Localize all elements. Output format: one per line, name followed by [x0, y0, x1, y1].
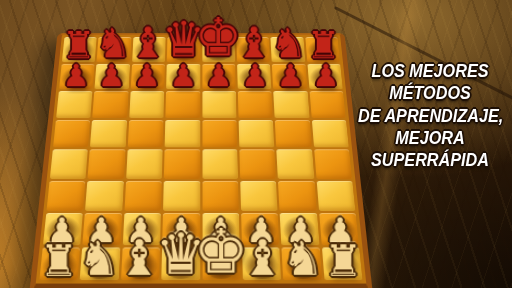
square-surface [163, 180, 200, 211]
square-c4[interactable] [126, 149, 163, 178]
square-surface [88, 149, 126, 178]
square-b4[interactable] [88, 149, 126, 178]
square-e6[interactable] [202, 91, 237, 118]
square-surface [202, 180, 239, 211]
red-pawn[interactable]: ♟ [134, 60, 161, 91]
square-e3[interactable] [202, 180, 239, 211]
promo-text: LOS MEJORES MÉTODOS DE APRENDIZAJE, MEJO… [350, 60, 510, 172]
square-c7[interactable]: ♟ [131, 63, 165, 89]
square-surface [278, 180, 316, 211]
square-e7[interactable]: ♟ [202, 63, 236, 89]
promo-line-5: SUPERRÁPIDA [358, 149, 502, 171]
square-surface [128, 120, 164, 148]
square-surface [53, 120, 90, 148]
promo-line-1: LOS MEJORES [358, 60, 502, 82]
promo-line-3: DE APRENDIZAJE, [358, 105, 502, 127]
square-f6[interactable] [238, 91, 273, 118]
square-surface [316, 180, 355, 211]
square-c1[interactable]: ♝ [121, 247, 160, 280]
square-a4[interactable] [50, 149, 88, 178]
square-d3[interactable] [163, 180, 200, 211]
square-e1[interactable]: ♚ [202, 247, 241, 280]
red-pawn[interactable]: ♟ [62, 60, 89, 91]
square-h7[interactable]: ♟ [307, 63, 343, 89]
square-c3[interactable] [124, 180, 162, 211]
square-surface [238, 120, 274, 148]
square-g1[interactable]: ♞ [282, 247, 322, 280]
square-g6[interactable] [273, 91, 309, 118]
red-pawn[interactable]: ♟ [205, 60, 232, 91]
square-surface [273, 91, 309, 118]
square-d6[interactable] [166, 91, 201, 118]
square-surface [166, 91, 201, 118]
square-surface [309, 91, 346, 118]
board-scene: ♜♞♝♛♚♝♞♜♟♟♟♟♟♟♟♟♟♟♟♟♟♟♟♟♜♞♝♛♚♝♞♜ [36, 20, 366, 286]
square-c6[interactable] [129, 91, 164, 118]
square-h6[interactable] [309, 91, 346, 118]
square-c5[interactable] [128, 120, 164, 148]
square-h5[interactable] [311, 120, 348, 148]
red-pawn[interactable]: ♟ [169, 60, 196, 91]
square-g4[interactable] [277, 149, 315, 178]
square-surface [56, 91, 93, 118]
square-surface [202, 149, 238, 178]
square-surface [47, 180, 86, 211]
gold-bishop[interactable]: ♝ [240, 233, 284, 282]
square-a6[interactable] [56, 91, 93, 118]
square-surface [50, 149, 88, 178]
square-g3[interactable] [278, 180, 316, 211]
square-surface [202, 91, 237, 118]
square-surface [124, 180, 162, 211]
square-g5[interactable] [275, 120, 312, 148]
square-f3[interactable] [240, 180, 278, 211]
gold-knight[interactable]: ♞ [282, 236, 324, 283]
red-pawn[interactable]: ♟ [241, 60, 268, 91]
square-surface [314, 149, 352, 178]
square-b6[interactable] [93, 91, 129, 118]
gold-rook[interactable]: ♜ [324, 239, 363, 283]
square-f4[interactable] [239, 149, 276, 178]
square-a3[interactable] [47, 180, 86, 211]
gold-rook[interactable]: ♜ [39, 239, 78, 283]
red-pawn[interactable]: ♟ [98, 60, 125, 91]
square-surface [240, 180, 278, 211]
promo-line-4: MEJORA [358, 127, 502, 149]
square-surface [277, 149, 315, 178]
square-surface [90, 120, 127, 148]
square-a1[interactable]: ♜ [39, 247, 80, 280]
square-g7[interactable]: ♟ [272, 63, 307, 89]
square-f5[interactable] [238, 120, 274, 148]
red-pawn[interactable]: ♟ [312, 60, 339, 91]
square-f1[interactable]: ♝ [242, 247, 281, 280]
chess-app-promo-screen: ♜♞♝♛♚♝♞♜♟♟♟♟♟♟♟♟♟♟♟♟♟♟♟♟♜♞♝♛♚♝♞♜ LOS MEJ… [0, 0, 512, 288]
red-pawn[interactable]: ♟ [277, 60, 304, 91]
square-h4[interactable] [314, 149, 352, 178]
square-d7[interactable]: ♟ [166, 63, 200, 89]
gold-knight[interactable]: ♞ [78, 236, 120, 283]
square-surface [129, 91, 164, 118]
chess-board[interactable]: ♜♞♝♛♚♝♞♜♟♟♟♟♟♟♟♟♟♟♟♟♟♟♟♟♜♞♝♛♚♝♞♜ [29, 33, 373, 288]
square-surface [311, 120, 348, 148]
square-a5[interactable] [53, 120, 90, 148]
square-surface [126, 149, 163, 178]
square-b5[interactable] [90, 120, 127, 148]
square-b7[interactable]: ♟ [95, 63, 130, 89]
square-surface [85, 180, 123, 211]
square-e5[interactable] [202, 120, 237, 148]
square-a7[interactable]: ♟ [59, 63, 95, 89]
square-d5[interactable] [165, 120, 200, 148]
square-surface [164, 149, 200, 178]
square-e4[interactable] [202, 149, 238, 178]
square-surface [165, 120, 200, 148]
square-surface [239, 149, 276, 178]
square-surface [202, 120, 237, 148]
square-d4[interactable] [164, 149, 200, 178]
square-surface [238, 91, 273, 118]
square-h1[interactable]: ♜ [322, 247, 363, 280]
square-h3[interactable] [316, 180, 355, 211]
square-b1[interactable]: ♞ [80, 247, 120, 280]
square-f7[interactable]: ♟ [237, 63, 271, 89]
square-surface [93, 91, 129, 118]
square-surface [275, 120, 312, 148]
promo-line-2: MÉTODOS [358, 82, 502, 104]
square-b3[interactable] [85, 180, 123, 211]
